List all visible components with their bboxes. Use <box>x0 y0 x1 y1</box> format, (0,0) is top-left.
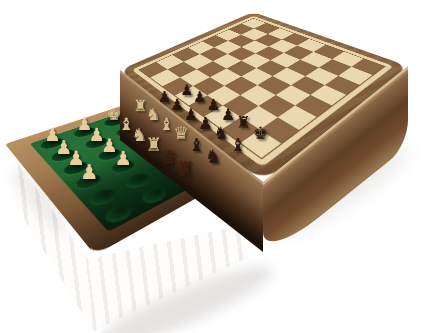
piece-slot <box>123 171 154 190</box>
piece-slot <box>38 136 67 151</box>
piece-slot <box>95 147 124 163</box>
piece-slot <box>61 159 92 177</box>
piece-slot <box>108 158 138 175</box>
piece-slot <box>49 147 79 163</box>
piece-slot <box>102 201 137 224</box>
piece-slot <box>87 186 120 207</box>
piece-slot <box>71 126 98 139</box>
piece-slot <box>73 172 105 191</box>
piece-slot <box>139 185 171 206</box>
chess-box-photo: ♟♟♟♟♜♚♟♟♟♟♞♝♜♞♝♛♝♞♚♝♞♜♛♜♟♟♟♟♟♟♟♟ <box>0 0 425 333</box>
piece-slot <box>83 136 111 151</box>
